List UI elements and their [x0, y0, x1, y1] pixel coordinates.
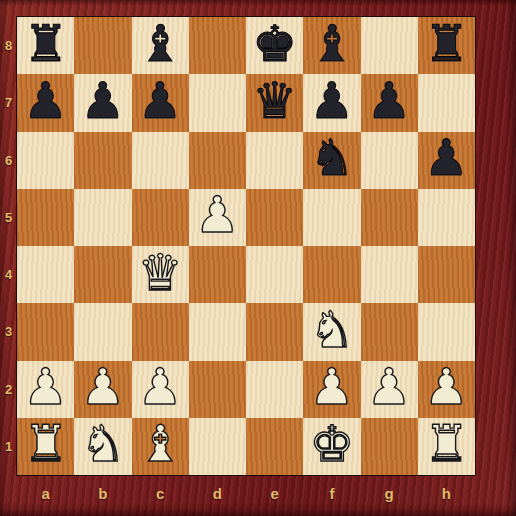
square-c2[interactable]: ♟: [132, 361, 189, 418]
square-a2[interactable]: ♟: [17, 361, 74, 418]
square-g5[interactable]: [361, 189, 418, 246]
file-label-a: a: [17, 475, 74, 511]
square-f8[interactable]: ♝: [303, 17, 360, 74]
square-d2[interactable]: [189, 361, 246, 418]
white-king-f1[interactable]: ♚: [309, 419, 354, 469]
black-queen-e7[interactable]: ♛: [252, 76, 297, 126]
black-pawn-b7[interactable]: ♟: [80, 76, 125, 126]
square-e7[interactable]: ♛: [246, 74, 303, 131]
black-king-e8[interactable]: ♚: [252, 19, 297, 69]
file-label-f: f: [303, 475, 360, 511]
white-queen-c4[interactable]: ♛: [138, 248, 183, 298]
square-a6[interactable]: [17, 132, 74, 189]
black-pawn-f7[interactable]: ♟: [309, 76, 354, 126]
square-f2[interactable]: ♟: [303, 361, 360, 418]
square-h8[interactable]: ♜: [418, 17, 475, 74]
white-rook-h1[interactable]: ♜: [424, 419, 469, 469]
square-e3[interactable]: [246, 303, 303, 360]
square-a1[interactable]: ♜: [17, 418, 74, 475]
square-b2[interactable]: ♟: [74, 361, 131, 418]
square-h5[interactable]: [418, 189, 475, 246]
square-g6[interactable]: [361, 132, 418, 189]
square-e2[interactable]: [246, 361, 303, 418]
square-d3[interactable]: [189, 303, 246, 360]
square-e5[interactable]: [246, 189, 303, 246]
file-label-g: g: [361, 475, 418, 511]
square-d5[interactable]: ♟: [189, 189, 246, 246]
file-label-d: d: [189, 475, 246, 511]
white-rook-a1[interactable]: ♜: [23, 419, 68, 469]
file-label-b: b: [74, 475, 131, 511]
square-f6[interactable]: ♞: [303, 132, 360, 189]
square-c5[interactable]: [132, 189, 189, 246]
square-b3[interactable]: [74, 303, 131, 360]
white-knight-b1[interactable]: ♞: [80, 419, 125, 469]
square-e6[interactable]: [246, 132, 303, 189]
white-pawn-d5[interactable]: ♟: [195, 190, 240, 240]
square-g2[interactable]: ♟: [361, 361, 418, 418]
square-h4[interactable]: [418, 246, 475, 303]
square-f3[interactable]: ♞: [303, 303, 360, 360]
square-d4[interactable]: [189, 246, 246, 303]
square-c4[interactable]: ♛: [132, 246, 189, 303]
square-g7[interactable]: ♟: [361, 74, 418, 131]
square-h1[interactable]: ♜: [418, 418, 475, 475]
square-b8[interactable]: [74, 17, 131, 74]
square-c1[interactable]: ♝: [132, 418, 189, 475]
square-b6[interactable]: [74, 132, 131, 189]
square-a3[interactable]: [17, 303, 74, 360]
square-c6[interactable]: [132, 132, 189, 189]
square-g3[interactable]: [361, 303, 418, 360]
black-pawn-g7[interactable]: ♟: [367, 76, 412, 126]
square-g1[interactable]: [361, 418, 418, 475]
chess-board: ♜♝♚♝♜♟♟♟♛♟♟♞♟♟♛♞♟♟♟♟♟♟♜♞♝♚♜: [17, 17, 475, 475]
white-pawn-h2[interactable]: ♟: [424, 362, 469, 412]
square-c8[interactable]: ♝: [132, 17, 189, 74]
file-labels: abcdefgh: [17, 475, 475, 511]
square-a4[interactable]: [17, 246, 74, 303]
square-f5[interactable]: [303, 189, 360, 246]
black-bishop-f8[interactable]: ♝: [309, 19, 354, 69]
rank-label-4: 4: [0, 246, 17, 303]
square-b5[interactable]: [74, 189, 131, 246]
square-f7[interactable]: ♟: [303, 74, 360, 131]
square-d7[interactable]: [189, 74, 246, 131]
square-h2[interactable]: ♟: [418, 361, 475, 418]
black-knight-f6[interactable]: ♞: [309, 133, 354, 183]
rank-label-1: 1: [0, 418, 17, 475]
square-a8[interactable]: ♜: [17, 17, 74, 74]
rank-label-8: 8: [0, 17, 17, 74]
square-c7[interactable]: ♟: [132, 74, 189, 131]
rank-label-3: 3: [0, 303, 17, 360]
square-a7[interactable]: ♟: [17, 74, 74, 131]
rank-label-5: 5: [0, 189, 17, 246]
white-pawn-c2[interactable]: ♟: [138, 362, 183, 412]
square-g8[interactable]: [361, 17, 418, 74]
square-h7[interactable]: [418, 74, 475, 131]
square-f1[interactable]: ♚: [303, 418, 360, 475]
white-pawn-a2[interactable]: ♟: [23, 362, 68, 412]
rank-label-7: 7: [0, 74, 17, 131]
file-label-h: h: [418, 475, 475, 511]
rank-label-2: 2: [0, 361, 17, 418]
black-pawn-h6[interactable]: ♟: [424, 133, 469, 183]
file-label-e: e: [246, 475, 303, 511]
square-e4[interactable]: [246, 246, 303, 303]
square-e1[interactable]: [246, 418, 303, 475]
square-e8[interactable]: ♚: [246, 17, 303, 74]
white-pawn-g2[interactable]: ♟: [367, 362, 412, 412]
white-pawn-f2[interactable]: ♟: [309, 362, 354, 412]
chess-board-frame: 87654321 ♜♝♚♝♜♟♟♟♛♟♟♞♟♟♛♞♟♟♟♟♟♟♜♞♝♚♜ abc…: [0, 0, 516, 516]
rank-labels: 87654321: [0, 17, 17, 475]
black-pawn-c7[interactable]: ♟: [138, 76, 183, 126]
square-h6[interactable]: ♟: [418, 132, 475, 189]
white-knight-f3[interactable]: ♞: [309, 305, 354, 355]
white-bishop-c1[interactable]: ♝: [138, 419, 183, 469]
black-rook-h8[interactable]: ♜: [424, 19, 469, 69]
square-f4[interactable]: [303, 246, 360, 303]
square-h3[interactable]: [418, 303, 475, 360]
black-pawn-a7[interactable]: ♟: [23, 76, 68, 126]
rank-label-6: 6: [0, 132, 17, 189]
file-label-c: c: [132, 475, 189, 511]
square-a5[interactable]: [17, 189, 74, 246]
white-pawn-b2[interactable]: ♟: [80, 362, 125, 412]
square-b7[interactable]: ♟: [74, 74, 131, 131]
square-b4[interactable]: [74, 246, 131, 303]
square-d1[interactable]: [189, 418, 246, 475]
black-bishop-c8[interactable]: ♝: [138, 19, 183, 69]
black-rook-a8[interactable]: ♜: [23, 19, 68, 69]
square-d6[interactable]: [189, 132, 246, 189]
square-d8[interactable]: [189, 17, 246, 74]
square-g4[interactable]: [361, 246, 418, 303]
square-c3[interactable]: [132, 303, 189, 360]
square-b1[interactable]: ♞: [74, 418, 131, 475]
